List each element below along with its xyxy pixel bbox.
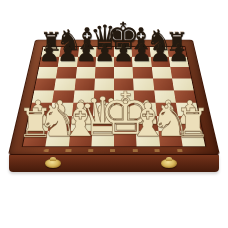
square-g8: [149, 47, 168, 57]
square-b4: [52, 90, 74, 103]
brass-clasp-right: [161, 159, 177, 168]
square-g2: [157, 116, 180, 130]
square-b8: [59, 47, 78, 57]
chess-board: [23, 47, 205, 147]
square-c5: [74, 78, 95, 90]
square-e3: [114, 103, 135, 117]
square-a7: [39, 57, 59, 68]
board-lid-perspective: [8, 40, 220, 155]
board-frame: [8, 40, 220, 155]
square-b2: [48, 116, 71, 130]
square-g6: [151, 67, 171, 78]
square-e7: [114, 57, 133, 68]
square-h1: [180, 131, 205, 147]
square-f4: [134, 90, 155, 103]
square-f8: [132, 47, 151, 57]
square-a5: [34, 78, 56, 90]
square-b7: [58, 57, 78, 68]
square-b5: [54, 78, 75, 90]
square-f7: [132, 57, 151, 68]
square-h7: [169, 57, 189, 68]
square-h3: [176, 103, 199, 117]
square-d3: [93, 103, 114, 117]
square-e1: [114, 131, 137, 147]
square-h4: [174, 90, 197, 103]
square-b6: [56, 67, 76, 78]
square-f2: [135, 116, 158, 130]
square-e8: [114, 47, 132, 57]
square-c6: [75, 67, 95, 78]
square-a1: [23, 131, 48, 147]
square-h5: [172, 78, 194, 90]
square-f5: [133, 78, 154, 90]
square-g1: [158, 131, 182, 147]
square-d6: [95, 67, 114, 78]
box-front-panel: [9, 154, 219, 172]
square-e5: [114, 78, 134, 90]
square-f6: [133, 67, 153, 78]
square-d8: [96, 47, 114, 57]
square-d7: [95, 57, 114, 68]
square-h6: [170, 67, 191, 78]
square-d5: [94, 78, 114, 90]
square-a2: [26, 116, 50, 130]
square-c1: [68, 131, 92, 147]
square-h8: [167, 47, 187, 57]
square-d1: [91, 131, 114, 147]
square-b3: [50, 103, 73, 117]
square-c2: [70, 116, 93, 130]
square-a8: [41, 47, 61, 57]
square-a4: [32, 90, 55, 103]
square-d2: [92, 116, 114, 130]
frame-engraving-marks: [44, 149, 185, 152]
square-h2: [178, 116, 202, 130]
square-c4: [73, 90, 94, 103]
square-g4: [154, 90, 176, 103]
square-c7: [77, 57, 96, 68]
square-f3: [135, 103, 157, 117]
square-f1: [136, 131, 160, 147]
square-e4: [114, 90, 135, 103]
square-c3: [71, 103, 93, 117]
square-a6: [37, 67, 58, 78]
square-g3: [155, 103, 178, 117]
chess-set-photo: ♜♞♝♛♚♝♞♜♟♟♟♟♟♟♟♟♟♟♟♟♟♟♟♟♜♞♝♛♚♝♞♜: [0, 0, 228, 228]
square-g5: [153, 78, 174, 90]
square-d4: [93, 90, 114, 103]
square-e6: [114, 67, 133, 78]
square-a3: [29, 103, 52, 117]
brass-clasp-left: [45, 159, 61, 168]
square-g7: [150, 57, 170, 68]
square-e2: [114, 116, 136, 130]
square-c8: [78, 47, 97, 57]
square-b1: [46, 131, 70, 147]
